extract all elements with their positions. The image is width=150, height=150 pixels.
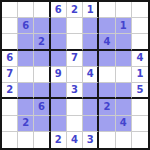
given-digit: 7	[71, 53, 78, 63]
given-digit: 1	[136, 69, 143, 79]
cell-r2c4[interactable]	[51, 18, 67, 34]
cell-r8c2[interactable]: 2	[18, 116, 34, 132]
cell-r8c9[interactable]	[132, 116, 148, 132]
given-digit: 2	[38, 36, 45, 46]
cell-r8c3[interactable]	[34, 116, 50, 132]
cell-r9c7[interactable]	[99, 132, 115, 148]
cell-r6c4[interactable]	[51, 83, 67, 99]
given-digit: 2	[71, 4, 78, 14]
cell-r4c3[interactable]	[34, 51, 50, 67]
given-digit: 2	[6, 85, 13, 95]
cell-r3c9[interactable]	[132, 34, 148, 50]
given-digit: 4	[71, 134, 78, 144]
cell-r4c8[interactable]	[116, 51, 132, 67]
cell-r7c2[interactable]	[18, 99, 34, 115]
cell-r8c4[interactable]	[51, 116, 67, 132]
cell-r3c7[interactable]: 4	[99, 34, 115, 50]
cell-r2c1[interactable]	[2, 18, 18, 34]
cell-r4c4[interactable]	[51, 51, 67, 67]
cell-r6c7[interactable]	[99, 83, 115, 99]
cell-r9c1[interactable]	[2, 132, 18, 148]
cell-r3c8[interactable]	[116, 34, 132, 50]
cell-r7c3[interactable]: 6	[34, 99, 50, 115]
given-digit: 3	[87, 134, 94, 144]
cell-r5c8[interactable]	[116, 67, 132, 83]
given-digit: 6	[55, 4, 62, 14]
given-digit: 2	[103, 101, 110, 111]
cell-r2c3[interactable]	[34, 18, 50, 34]
cell-r9c9[interactable]	[132, 132, 148, 148]
cell-r1c7[interactable]	[99, 2, 115, 18]
cell-r6c3[interactable]	[34, 83, 50, 99]
cell-r8c5[interactable]	[67, 116, 83, 132]
cell-r6c9[interactable]: 5	[132, 83, 148, 99]
given-digit: 6	[6, 53, 13, 63]
given-digit: 1	[87, 4, 94, 14]
cell-r9c5[interactable]: 4	[67, 132, 83, 148]
given-digit: 6	[22, 20, 29, 30]
cell-r3c2[interactable]	[18, 34, 34, 50]
cell-r2c2[interactable]: 6	[18, 18, 34, 34]
cell-r7c5[interactable]	[67, 99, 83, 115]
cell-r5c6[interactable]: 4	[83, 67, 99, 83]
cell-r3c6[interactable]	[83, 34, 99, 50]
cell-r5c4[interactable]: 9	[51, 67, 67, 83]
cell-r1c9[interactable]	[132, 2, 148, 18]
cell-r9c4[interactable]: 2	[51, 132, 67, 148]
cell-r5c1[interactable]: 7	[2, 67, 18, 83]
given-digit: 9	[55, 69, 62, 79]
cell-r7c4[interactable]	[51, 99, 67, 115]
cell-r2c8[interactable]: 1	[116, 18, 132, 34]
cell-r4c7[interactable]	[99, 51, 115, 67]
cell-r8c7[interactable]	[99, 116, 115, 132]
given-digit: 4	[136, 53, 143, 63]
cell-r3c1[interactable]	[2, 34, 18, 50]
cell-r2c7[interactable]	[99, 18, 115, 34]
cell-r7c6[interactable]	[83, 99, 99, 115]
cell-r6c1[interactable]: 2	[2, 83, 18, 99]
cell-r8c8[interactable]: 4	[116, 116, 132, 132]
cell-r4c9[interactable]: 4	[132, 51, 148, 67]
cell-r4c5[interactable]: 7	[67, 51, 83, 67]
cell-r8c1[interactable]	[2, 116, 18, 132]
cell-r9c3[interactable]	[34, 132, 50, 148]
cell-r9c6[interactable]: 3	[83, 132, 99, 148]
cell-r4c6[interactable]	[83, 51, 99, 67]
given-digit: 4	[87, 69, 94, 79]
cell-r3c5[interactable]	[67, 34, 83, 50]
cell-r9c2[interactable]	[18, 132, 34, 148]
cell-r6c8[interactable]	[116, 83, 132, 99]
cell-r7c1[interactable]	[2, 99, 18, 115]
cell-r5c5[interactable]	[67, 67, 83, 83]
given-digit: 3	[71, 85, 78, 95]
cell-r6c6[interactable]	[83, 83, 99, 99]
given-digit: 2	[55, 134, 62, 144]
cell-r4c1[interactable]: 6	[2, 51, 18, 67]
cell-r1c4[interactable]: 6	[51, 2, 67, 18]
given-digit: 5	[136, 85, 143, 95]
cell-r1c5[interactable]: 2	[67, 2, 83, 18]
cell-r6c5[interactable]: 3	[67, 83, 83, 99]
cell-r5c3[interactable]	[34, 67, 50, 83]
given-digit: 4	[103, 36, 110, 46]
cell-r7c9[interactable]	[132, 99, 148, 115]
cell-r2c9[interactable]	[132, 18, 148, 34]
sudoku-app: 621612467479412356224243	[0, 0, 150, 150]
cell-r1c2[interactable]	[18, 2, 34, 18]
cell-r7c8[interactable]	[116, 99, 132, 115]
cell-r8c6[interactable]	[83, 116, 99, 132]
given-digit: 6	[38, 101, 45, 111]
cell-r2c5[interactable]	[67, 18, 83, 34]
cell-r2c6[interactable]	[83, 18, 99, 34]
given-digit: 7	[6, 69, 13, 79]
cell-r5c9[interactable]: 1	[132, 67, 148, 83]
cell-r5c2[interactable]	[18, 67, 34, 83]
cell-r4c2[interactable]	[18, 51, 34, 67]
cell-r3c4[interactable]	[51, 34, 67, 50]
cell-r1c8[interactable]	[116, 2, 132, 18]
cell-r6c2[interactable]	[18, 83, 34, 99]
cell-r1c6[interactable]: 1	[83, 2, 99, 18]
sudoku-board: 621612467479412356224243	[0, 0, 150, 150]
cell-r1c1[interactable]	[2, 2, 18, 18]
given-digit: 2	[22, 118, 29, 128]
cell-r3c3[interactable]: 2	[34, 34, 50, 50]
given-digit: 1	[120, 20, 127, 30]
given-digit: 4	[120, 118, 127, 128]
cell-r7c7[interactable]: 2	[99, 99, 115, 115]
cell-r9c8[interactable]	[116, 132, 132, 148]
cell-r1c3[interactable]	[34, 2, 50, 18]
cell-r5c7[interactable]	[99, 67, 115, 83]
